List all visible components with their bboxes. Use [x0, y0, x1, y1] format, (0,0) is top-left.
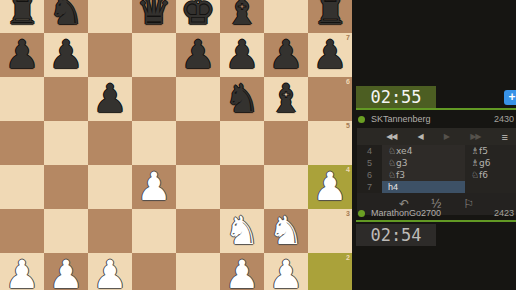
- square-f8[interactable]: ♝: [220, 0, 264, 33]
- piece-black-king: ♚: [176, 0, 220, 33]
- square-f3[interactable]: ♞: [220, 209, 264, 253]
- piece-black-rook: ♜: [308, 0, 352, 33]
- piece-black-bishop: ♝: [264, 77, 308, 121]
- add-button[interactable]: +: [504, 90, 516, 105]
- square-h6[interactable]: 6: [308, 77, 352, 121]
- square-e5[interactable]: [176, 121, 220, 165]
- square-h3[interactable]: 3: [308, 209, 352, 253]
- piece-white-knight: ♞: [220, 209, 264, 253]
- square-e8[interactable]: ♚: [176, 0, 220, 33]
- bottom-player-clock: 02:54: [356, 224, 436, 246]
- square-a6[interactable]: [0, 77, 44, 121]
- move-4-white[interactable]: ♘xe4: [382, 145, 465, 157]
- square-g5[interactable]: [264, 121, 308, 165]
- piece-black-knight: ♞: [44, 0, 88, 33]
- piece-white-pawn: ♟: [264, 253, 308, 290]
- board-area: ♜♞♛♚♝8♜♟♟♟♟♟7♟♟♞♝65♟4♟♞♞3♟♟♟♟♟2a♜bc♝d♛e♚…: [0, 0, 352, 290]
- piece-black-pawn: ♟: [0, 33, 44, 77]
- square-b5[interactable]: [44, 121, 88, 165]
- piece-black-pawn: ♟: [176, 33, 220, 77]
- square-c4[interactable]: [88, 165, 132, 209]
- square-d6[interactable]: [132, 77, 176, 121]
- square-g3[interactable]: ♞: [264, 209, 308, 253]
- square-b4[interactable]: [44, 165, 88, 209]
- piece-black-bishop: ♝: [220, 0, 264, 33]
- move-7-black: [465, 181, 516, 193]
- game-sidebar: 02:55 + SKTannenberg 2430 ◀◀◀▶▶▶ ≡ 4♘xe4…: [352, 0, 516, 290]
- next-move-button[interactable]: ▶: [444, 132, 449, 141]
- square-g4[interactable]: [264, 165, 308, 209]
- rank-label-7: 7: [346, 34, 350, 42]
- square-g6[interactable]: ♝: [264, 77, 308, 121]
- bottom-player-rating: 2423: [494, 208, 514, 218]
- square-a2[interactable]: ♟: [0, 253, 44, 290]
- move-number: 4: [357, 145, 382, 157]
- top-clock-accent-line: [356, 108, 516, 110]
- square-c3[interactable]: [88, 209, 132, 253]
- square-c8[interactable]: [88, 0, 132, 33]
- piece-black-pawn: ♟: [88, 77, 132, 121]
- square-h2[interactable]: 2: [308, 253, 352, 290]
- square-g7[interactable]: ♟: [264, 33, 308, 77]
- square-f7[interactable]: ♟: [220, 33, 264, 77]
- move-row-4: 4♘xe4♗f5: [357, 145, 516, 157]
- move-nav-buttons: ◀◀◀▶▶▶: [365, 132, 502, 141]
- move-6-white[interactable]: ♘f3: [382, 169, 465, 181]
- bottom-player-name[interactable]: MarathonGo2700: [371, 208, 441, 218]
- square-b6[interactable]: [44, 77, 88, 121]
- piece-white-pawn: ♟: [132, 165, 176, 209]
- square-e7[interactable]: ♟: [176, 33, 220, 77]
- square-d8[interactable]: ♛: [132, 0, 176, 33]
- chess-board[interactable]: ♜♞♛♚♝8♜♟♟♟♟♟7♟♟♞♝65♟4♟♞♞3♟♟♟♟♟2a♜bc♝d♛e♚…: [0, 0, 352, 290]
- square-d5[interactable]: [132, 121, 176, 165]
- piece-black-knight: ♞: [220, 77, 264, 121]
- square-b2[interactable]: ♟: [44, 253, 88, 290]
- first-move-button[interactable]: ◀◀: [386, 132, 396, 141]
- move-4-black[interactable]: ♗f5: [465, 145, 516, 157]
- square-g2[interactable]: ♟: [264, 253, 308, 290]
- rank-label-4: 4: [346, 166, 350, 174]
- piece-black-pawn: ♟: [220, 33, 264, 77]
- square-f6[interactable]: ♞: [220, 77, 264, 121]
- move-6-black[interactable]: ♘f6: [465, 169, 516, 181]
- square-d4[interactable]: ♟: [132, 165, 176, 209]
- square-e3[interactable]: [176, 209, 220, 253]
- square-a3[interactable]: [0, 209, 44, 253]
- move-number: 7: [357, 181, 382, 193]
- move-7-white[interactable]: h4: [382, 181, 465, 193]
- prev-move-button[interactable]: ◀: [418, 132, 423, 141]
- move-panel: ◀◀◀▶▶▶ ≡ 4♘xe4♗f55♘g3♗g66♘f3♘f67h4 ↶½⚐: [357, 128, 516, 215]
- last-move-button[interactable]: ▶▶: [470, 132, 480, 141]
- move-5-white[interactable]: ♘g3: [382, 157, 465, 169]
- move-list: 4♘xe4♗f55♘g3♗g66♘f3♘f67h4: [357, 145, 516, 193]
- square-c2[interactable]: ♟: [88, 253, 132, 290]
- square-f4[interactable]: [220, 165, 264, 209]
- rank-label-6: 6: [346, 78, 350, 86]
- piece-white-knight: ♞: [264, 209, 308, 253]
- menu-icon[interactable]: ≡: [502, 131, 508, 143]
- square-a8[interactable]: ♜: [0, 0, 44, 33]
- top-player-clock: 02:55: [356, 86, 436, 108]
- piece-white-pawn: ♟: [0, 253, 44, 290]
- square-a7[interactable]: ♟: [0, 33, 44, 77]
- square-g8[interactable]: [264, 0, 308, 33]
- move-row-7: 7h4: [357, 181, 516, 193]
- square-b8[interactable]: ♞: [44, 0, 88, 33]
- move-row-5: 5♘g3♗g6: [357, 157, 516, 169]
- square-d7[interactable]: [132, 33, 176, 77]
- online-dot: [358, 210, 365, 217]
- move-5-black[interactable]: ♗g6: [465, 157, 516, 169]
- bottom-clock-accent-line: [356, 220, 516, 222]
- square-h5[interactable]: 5: [308, 121, 352, 165]
- top-player-rating: 2430: [494, 114, 514, 124]
- game-screen: ♜♞♛♚♝8♜♟♟♟♟♟7♟♟♞♝65♟4♟♞♞3♟♟♟♟♟2a♜bc♝d♛e♚…: [0, 0, 516, 290]
- square-d2[interactable]: [132, 253, 176, 290]
- square-a5[interactable]: [0, 121, 44, 165]
- rank-label-3: 3: [346, 210, 350, 218]
- square-f5[interactable]: [220, 121, 264, 165]
- square-h8[interactable]: 8♜: [308, 0, 352, 33]
- piece-black-queen: ♛: [132, 0, 176, 33]
- top-player-name[interactable]: SKTannenberg: [371, 114, 431, 124]
- square-e2[interactable]: [176, 253, 220, 290]
- top-player-row[interactable]: SKTannenberg 2430: [356, 112, 516, 128]
- square-b3[interactable]: [44, 209, 88, 253]
- move-number: 6: [357, 169, 382, 181]
- piece-black-pawn: ♟: [44, 33, 88, 77]
- move-nav-bar: ◀◀◀▶▶▶ ≡: [357, 128, 516, 145]
- square-d3[interactable]: [132, 209, 176, 253]
- square-c5[interactable]: [88, 121, 132, 165]
- square-f2[interactable]: ♟: [220, 253, 264, 290]
- square-h7[interactable]: 7♟: [308, 33, 352, 77]
- piece-white-pawn: ♟: [88, 253, 132, 290]
- rank-label-2: 2: [346, 254, 350, 262]
- move-row-6: 6♘f3♘f6: [357, 169, 516, 181]
- square-c6[interactable]: ♟: [88, 77, 132, 121]
- piece-white-pawn: ♟: [220, 253, 264, 290]
- square-e6[interactable]: [176, 77, 220, 121]
- rank-label-5: 5: [346, 122, 350, 130]
- square-a4[interactable]: [0, 165, 44, 209]
- online-dot: [358, 116, 365, 123]
- piece-white-pawn: ♟: [44, 253, 88, 290]
- move-number: 5: [357, 157, 382, 169]
- square-e4[interactable]: [176, 165, 220, 209]
- square-h4[interactable]: 4♟: [308, 165, 352, 209]
- square-c7[interactable]: [88, 33, 132, 77]
- piece-black-pawn: ♟: [264, 33, 308, 77]
- square-b7[interactable]: ♟: [44, 33, 88, 77]
- piece-black-rook: ♜: [0, 0, 44, 33]
